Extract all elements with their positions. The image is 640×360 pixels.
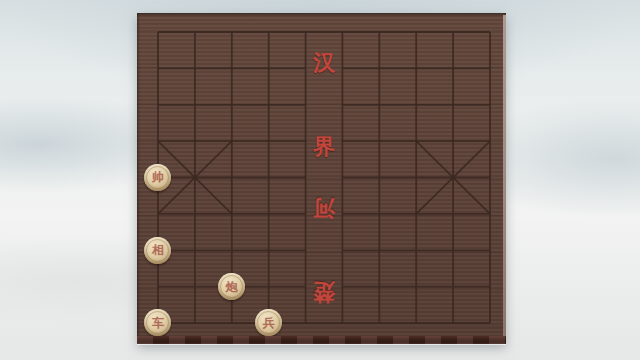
piece-character: 帅: [152, 171, 164, 183]
piece-red-soldier[interactable]: 兵: [255, 309, 282, 336]
piece-character: 兵: [263, 317, 275, 329]
background-sky: 汉 界 河 楚 帅相炮车兵: [0, 0, 640, 360]
piece-character: 车: [152, 317, 164, 329]
piece-red-cannon[interactable]: 炮: [218, 273, 245, 300]
piece-character: 相: [152, 244, 164, 256]
xiangqi-board[interactable]: 汉 界 河 楚 帅相炮车兵: [137, 13, 506, 344]
board-side-edge-bottom: [137, 336, 506, 344]
pieces-layer: 帅相炮车兵: [140, 14, 509, 341]
piece-character: 炮: [226, 281, 238, 293]
board-side-edge-right: [503, 15, 506, 336]
piece-red-general[interactable]: 帅: [144, 164, 171, 191]
piece-red-chariot[interactable]: 车: [144, 309, 171, 336]
piece-red-elephant[interactable]: 相: [144, 237, 171, 264]
